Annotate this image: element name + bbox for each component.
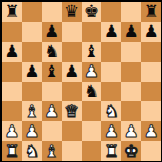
piece-black-rook[interactable]: ♜ — [143, 3, 158, 20]
piece-white-bishop[interactable]: ♝ — [24, 103, 39, 120]
piece-black-bishop[interactable]: ♝ — [84, 43, 99, 60]
square-c7[interactable]: ♟ — [42, 22, 62, 42]
square-b6[interactable] — [22, 42, 42, 62]
piece-white-pawn[interactable]: ♟ — [104, 123, 119, 140]
square-b8[interactable] — [22, 2, 42, 22]
square-a4[interactable] — [2, 82, 22, 102]
square-g4[interactable] — [121, 82, 141, 102]
piece-black-pawn[interactable]: ♟ — [44, 23, 59, 40]
square-g6[interactable] — [121, 42, 141, 62]
square-a7[interactable] — [2, 22, 22, 42]
piece-white-king[interactable]: ♚ — [124, 143, 139, 160]
piece-black-knight[interactable]: ♞ — [84, 83, 99, 100]
piece-white-pawn[interactable]: ♟ — [4, 123, 19, 140]
square-h5[interactable] — [141, 62, 161, 82]
square-g2[interactable]: ♟ — [121, 121, 141, 141]
piece-black-pawn[interactable]: ♟ — [4, 43, 19, 60]
square-h6[interactable] — [141, 42, 161, 62]
square-d6[interactable] — [62, 42, 82, 62]
square-g8[interactable] — [121, 2, 141, 22]
square-f4[interactable] — [101, 82, 121, 102]
piece-black-pawn[interactable]: ♟ — [143, 23, 158, 40]
piece-white-knight[interactable]: ♞ — [24, 143, 39, 160]
square-f2[interactable]: ♟ — [101, 121, 121, 141]
square-a3[interactable] — [2, 101, 22, 121]
square-g7[interactable]: ♟ — [121, 22, 141, 42]
piece-black-pawn[interactable]: ♟ — [24, 63, 39, 80]
square-d4[interactable] — [62, 82, 82, 102]
piece-black-rook[interactable]: ♜ — [4, 3, 19, 20]
square-e2[interactable] — [82, 121, 102, 141]
square-g5[interactable] — [121, 62, 141, 82]
piece-white-rook[interactable]: ♜ — [4, 143, 19, 160]
square-g3[interactable] — [121, 101, 141, 121]
square-d3[interactable]: ♛ — [62, 101, 82, 121]
square-e1[interactable] — [82, 141, 102, 161]
piece-black-king[interactable]: ♚ — [84, 3, 99, 20]
piece-white-pawn[interactable]: ♟ — [84, 63, 99, 80]
square-f5[interactable] — [101, 62, 121, 82]
square-b1[interactable]: ♞ — [22, 141, 42, 161]
square-a1[interactable]: ♜ — [2, 141, 22, 161]
square-f8[interactable] — [101, 2, 121, 22]
square-e3[interactable] — [82, 101, 102, 121]
square-f6[interactable] — [101, 42, 121, 62]
piece-black-pawn[interactable]: ♟ — [104, 23, 119, 40]
piece-black-pawn[interactable]: ♟ — [124, 23, 139, 40]
square-h3[interactable] — [141, 101, 161, 121]
square-c3[interactable]: ♟ — [42, 101, 62, 121]
piece-black-knight[interactable]: ♞ — [44, 43, 59, 60]
square-e8[interactable]: ♚ — [82, 2, 102, 22]
square-a8[interactable]: ♜ — [2, 2, 22, 22]
chess-board: ♜♛♚♜♟♟♟♟♟♞♝♟♝♟♟♞♝♟♛♞♟♟♟♟♟♜♞♝♜♚ — [0, 0, 162, 162]
square-f1[interactable]: ♜ — [101, 141, 121, 161]
square-c8[interactable] — [42, 2, 62, 22]
square-d8[interactable]: ♛ — [62, 2, 82, 22]
square-g1[interactable]: ♚ — [121, 141, 141, 161]
square-b7[interactable] — [22, 22, 42, 42]
square-b3[interactable]: ♝ — [22, 101, 42, 121]
square-b5[interactable]: ♟ — [22, 62, 42, 82]
square-h7[interactable]: ♟ — [141, 22, 161, 42]
piece-white-knight[interactable]: ♞ — [104, 103, 119, 120]
piece-white-bishop[interactable]: ♝ — [44, 143, 59, 160]
piece-white-rook[interactable]: ♜ — [104, 143, 119, 160]
square-e7[interactable] — [82, 22, 102, 42]
square-f7[interactable]: ♟ — [101, 22, 121, 42]
square-b2[interactable]: ♟ — [22, 121, 42, 141]
square-e4[interactable]: ♞ — [82, 82, 102, 102]
piece-black-bishop[interactable]: ♝ — [44, 63, 59, 80]
square-c6[interactable]: ♞ — [42, 42, 62, 62]
square-c1[interactable]: ♝ — [42, 141, 62, 161]
square-h1[interactable] — [141, 141, 161, 161]
square-h2[interactable]: ♟ — [141, 121, 161, 141]
square-d2[interactable] — [62, 121, 82, 141]
square-a5[interactable] — [2, 62, 22, 82]
square-c5[interactable]: ♝ — [42, 62, 62, 82]
square-f3[interactable]: ♞ — [101, 101, 121, 121]
square-d5[interactable]: ♟ — [62, 62, 82, 82]
square-c2[interactable] — [42, 121, 62, 141]
piece-white-pawn[interactable]: ♟ — [24, 123, 39, 140]
square-c4[interactable] — [42, 82, 62, 102]
square-a6[interactable]: ♟ — [2, 42, 22, 62]
piece-black-queen[interactable]: ♛ — [64, 3, 79, 20]
square-h8[interactable]: ♜ — [141, 2, 161, 22]
square-e6[interactable]: ♝ — [82, 42, 102, 62]
piece-black-pawn[interactable]: ♟ — [64, 63, 79, 80]
square-e5[interactable]: ♟ — [82, 62, 102, 82]
square-d7[interactable] — [62, 22, 82, 42]
piece-white-queen[interactable]: ♛ — [64, 103, 79, 120]
square-h4[interactable] — [141, 82, 161, 102]
piece-white-pawn[interactable]: ♟ — [124, 123, 139, 140]
square-a2[interactable]: ♟ — [2, 121, 22, 141]
piece-white-pawn[interactable]: ♟ — [44, 103, 59, 120]
square-b4[interactable] — [22, 82, 42, 102]
piece-white-pawn[interactable]: ♟ — [143, 123, 158, 140]
square-d1[interactable] — [62, 141, 82, 161]
